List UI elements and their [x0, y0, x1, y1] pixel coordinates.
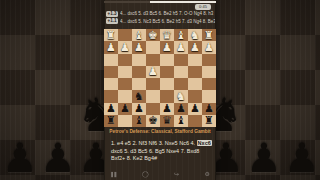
white-king-piece: ♚ — [148, 30, 158, 41]
square-d7[interactable]: ♟ — [160, 103, 174, 115]
square-b6[interactable] — [188, 90, 202, 102]
opening-name-label: Petrov's Defense: Classical, Stafford Ga… — [104, 129, 216, 135]
square-h8[interactable]: ♜ — [104, 115, 118, 127]
white-queen-piece: ♛ — [162, 30, 172, 41]
square-e5[interactable] — [146, 78, 160, 90]
square-f5[interactable] — [132, 78, 146, 90]
white-rook-piece: ♜ — [204, 30, 214, 41]
square-d8[interactable]: ♛ — [160, 115, 174, 127]
square-b3[interactable] — [188, 54, 202, 66]
settings-icon[interactable]: ⚙ — [205, 170, 210, 178]
black-king-piece: ♚ — [148, 115, 158, 126]
white-pawn-piece: ♟ — [204, 42, 214, 53]
white-pawn-piece: ♟ — [162, 42, 172, 53]
square-c2[interactable]: ♟ — [174, 41, 188, 53]
square-a7[interactable]: ♟ — [202, 103, 216, 115]
square-d4[interactable] — [160, 66, 174, 78]
black-pawn-piece: ♟ — [120, 103, 130, 114]
black-pawn-piece: ♟ — [134, 103, 144, 114]
video-progress-fill — [150, 1, 216, 3]
video-column: 0:45 +1.3 4... dxc6 5. d3 Bc5 6. Be2 h5 … — [104, 0, 216, 180]
white-pawn-piece: ♟ — [134, 42, 144, 53]
square-h3[interactable] — [104, 54, 118, 66]
engine-line-2[interactable]: +1.1 4... dxc6 5. Nc3 Bc5 6. Be2 h5 7. d… — [106, 18, 215, 25]
square-d1[interactable]: ♛ — [160, 29, 174, 41]
square-d3[interactable] — [160, 54, 174, 66]
black-pawn-piece: ♟ — [106, 103, 116, 114]
record-icon[interactable]: ◯ — [142, 170, 149, 178]
square-a3[interactable] — [202, 54, 216, 66]
square-e3[interactable] — [146, 54, 160, 66]
black-queen-piece: ♛ — [162, 115, 172, 126]
black-bishop-piece: ♝ — [134, 115, 144, 126]
square-d2[interactable]: ♟ — [160, 41, 174, 53]
move-list-line-2: dxc6 5. d3 Bc5 6. Bg5 Nxe4 7. Bxd8 — [111, 148, 212, 156]
square-b8[interactable] — [188, 115, 202, 127]
eval-badge: +1.1 — [106, 18, 118, 24]
square-f3[interactable] — [132, 54, 146, 66]
square-a8[interactable]: ♜ — [202, 115, 216, 127]
black-rook-piece: ♜ — [106, 115, 116, 126]
square-a5[interactable] — [202, 78, 216, 90]
engine-line-1[interactable]: +1.3 4... dxc6 5. d3 Bc5 6. Be2 h5 7. O-… — [106, 10, 215, 17]
square-f1[interactable]: ♝ — [132, 29, 146, 41]
white-bishop-piece: ♝ — [134, 30, 144, 41]
square-h1[interactable]: ♜ — [104, 29, 118, 41]
square-f2[interactable]: ♟ — [132, 41, 146, 53]
player-controls: ❚❚ ◯ ↪ ⚙ — [110, 170, 210, 178]
square-a4[interactable] — [202, 66, 216, 78]
square-e4[interactable]: ♟ — [146, 66, 160, 78]
square-d5[interactable] — [160, 78, 174, 90]
square-a1[interactable]: ♜ — [202, 29, 216, 41]
square-f4[interactable] — [132, 66, 146, 78]
white-pawn-piece: ♟ — [120, 42, 130, 53]
square-h4[interactable] — [104, 66, 118, 78]
pause-icon[interactable]: ❚❚ — [110, 170, 116, 178]
black-bishop-piece: ♝ — [176, 115, 186, 126]
chess-board: ♜♝♚♛♝♞♜♟♟♟♟♟♟♟♟♞♞♟♟♟♟♟♟♟♜♝♚♛♝♜ — [104, 29, 216, 127]
white-rook-piece: ♜ — [106, 30, 116, 41]
white-knight-piece: ♞ — [176, 91, 186, 102]
white-pawn-piece: ♟ — [190, 42, 200, 53]
square-g7[interactable]: ♟ — [118, 103, 132, 115]
square-a6[interactable] — [202, 90, 216, 102]
square-f8[interactable]: ♝ — [132, 115, 146, 127]
square-c1[interactable]: ♝ — [174, 29, 188, 41]
square-g8[interactable] — [118, 115, 132, 127]
square-e2[interactable] — [146, 41, 160, 53]
square-g3[interactable] — [118, 54, 132, 66]
black-pawn-piece: ♟ — [162, 103, 172, 114]
square-g2[interactable]: ♟ — [118, 41, 132, 53]
square-c8[interactable]: ♝ — [174, 115, 188, 127]
square-b1[interactable]: ♞ — [188, 29, 202, 41]
square-c3[interactable] — [174, 54, 188, 66]
eval-badge: +1.3 — [106, 11, 118, 17]
white-bishop-piece: ♝ — [176, 30, 186, 41]
engine-line-moves: 4... dxc6 5. Nc3 Bc5 6. Be2 h5 7. d3 Ng4… — [120, 18, 215, 25]
square-f6[interactable]: ♞ — [132, 90, 146, 102]
square-e6[interactable] — [146, 90, 160, 102]
moves-played: 1. e4 e5 2. Nf3 Nf6 3. Nxe5 Nc6 4. — [111, 140, 197, 146]
square-c6[interactable]: ♞ — [174, 90, 188, 102]
white-knight-piece: ♞ — [190, 30, 200, 41]
square-c5[interactable] — [174, 78, 188, 90]
square-g4[interactable] — [118, 66, 132, 78]
black-pawn-piece: ♟ — [176, 103, 186, 114]
white-pawn-piece: ♟ — [176, 42, 186, 53]
square-c4[interactable] — [174, 66, 188, 78]
square-a2[interactable]: ♟ — [202, 41, 216, 53]
square-c7[interactable]: ♟ — [174, 103, 188, 115]
move-list-line-1: 1. e4 e5 2. Nf3 Nf6 3. Nxe5 Nc6 4. Nxc6 — [111, 140, 212, 148]
square-b4[interactable] — [188, 66, 202, 78]
square-e7[interactable] — [146, 103, 160, 115]
video-frame: ♟ ♟ ♟ ♞ ♞ ♟ ♟ ♟ 0:45 +1.3 4... dxc6 5. d… — [0, 0, 320, 180]
engine-line-moves: 4... dxc6 5. d3 Bc5 6. Be2 h5 7. O-O Ng4… — [120, 10, 215, 17]
square-e1[interactable]: ♚ — [146, 29, 160, 41]
square-h6[interactable] — [104, 90, 118, 102]
square-h5[interactable] — [104, 78, 118, 90]
square-h7[interactable]: ♟ — [104, 103, 118, 115]
black-pawn-piece: ♟ — [204, 103, 214, 114]
white-pawn-piece: ♟ — [148, 66, 158, 77]
square-f7[interactable]: ♟ — [132, 103, 146, 115]
square-b7[interactable]: ♟ — [188, 103, 202, 115]
square-h2[interactable]: ♟ — [104, 41, 118, 53]
square-b2[interactable]: ♟ — [188, 41, 202, 53]
square-b5[interactable] — [188, 78, 202, 90]
square-g5[interactable] — [118, 78, 132, 90]
square-d6[interactable] — [160, 90, 174, 102]
square-g1[interactable] — [118, 29, 132, 41]
black-knight-piece: ♞ — [134, 91, 144, 102]
square-g6[interactable] — [118, 90, 132, 102]
share-icon[interactable]: ↪ — [174, 170, 179, 178]
current-move-highlight[interactable]: Nxc6 — [197, 140, 212, 146]
move-list-line-3: Bxf2+ 8. Ke2 Bg4# — [111, 155, 212, 163]
square-e8[interactable]: ♚ — [146, 115, 160, 127]
black-pawn-piece: ♟ — [190, 103, 200, 114]
white-pawn-piece: ♟ — [106, 42, 116, 53]
move-list: 1. e4 e5 2. Nf3 Nf6 3. Nxe5 Nc6 4. Nxc6 … — [111, 140, 212, 163]
black-rook-piece: ♜ — [204, 115, 214, 126]
video-progress-bar[interactable] — [104, 1, 216, 3]
